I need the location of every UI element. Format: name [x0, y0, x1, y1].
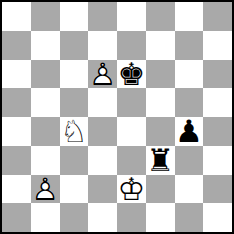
white-pawn-icon: ♙	[31, 173, 59, 204]
square-h8[interactable]	[203, 2, 232, 31]
square-h4[interactable]	[203, 117, 232, 146]
square-f7[interactable]	[146, 31, 175, 60]
square-d6[interactable]: ♟♙	[88, 60, 117, 89]
square-d2[interactable]	[88, 175, 117, 204]
square-g4[interactable]: ♟	[175, 117, 204, 146]
square-h2[interactable]	[203, 175, 232, 204]
square-g8[interactable]	[175, 2, 204, 31]
square-a2[interactable]	[2, 175, 31, 204]
square-a5[interactable]	[2, 88, 31, 117]
white-pawn-icon: ♙	[89, 58, 117, 89]
square-g1[interactable]	[175, 203, 204, 232]
square-e2[interactable]: ♚♔	[117, 175, 146, 204]
white-king-icon: ♔	[117, 173, 145, 204]
square-b4[interactable]	[31, 117, 60, 146]
square-b8[interactable]	[31, 2, 60, 31]
square-e5[interactable]	[117, 88, 146, 117]
square-a3[interactable]	[2, 146, 31, 175]
black-king: ♚	[117, 60, 146, 89]
square-a7[interactable]	[2, 31, 31, 60]
square-d8[interactable]	[88, 2, 117, 31]
square-a8[interactable]	[2, 2, 31, 31]
square-b5[interactable]	[31, 88, 60, 117]
black-pawn: ♟	[175, 117, 204, 146]
square-g3[interactable]	[175, 146, 204, 175]
square-c4[interactable]: ♞♘	[60, 117, 89, 146]
white-king: ♚♔	[117, 175, 146, 204]
square-h3[interactable]	[203, 146, 232, 175]
square-c3[interactable]	[60, 146, 89, 175]
square-f6[interactable]	[146, 60, 175, 89]
square-c1[interactable]	[60, 203, 89, 232]
black-rook: ♜	[146, 146, 175, 175]
square-f1[interactable]	[146, 203, 175, 232]
square-d3[interactable]	[88, 146, 117, 175]
black-pawn-icon: ♟	[175, 116, 203, 147]
square-d1[interactable]	[88, 203, 117, 232]
square-h6[interactable]	[203, 60, 232, 89]
square-d5[interactable]	[88, 88, 117, 117]
square-e8[interactable]	[117, 2, 146, 31]
white-pawn: ♟♙	[31, 175, 60, 204]
square-f8[interactable]	[146, 2, 175, 31]
square-g2[interactable]	[175, 175, 204, 204]
square-e6[interactable]: ♚	[117, 60, 146, 89]
white-pawn: ♟♙	[88, 60, 117, 89]
square-c6[interactable]	[60, 60, 89, 89]
square-f5[interactable]	[146, 88, 175, 117]
square-e1[interactable]	[117, 203, 146, 232]
square-h1[interactable]	[203, 203, 232, 232]
square-d4[interactable]	[88, 117, 117, 146]
square-a6[interactable]	[2, 60, 31, 89]
white-knight: ♞♘	[60, 117, 89, 146]
square-b2[interactable]: ♟♙	[31, 175, 60, 204]
square-h5[interactable]	[203, 88, 232, 117]
square-c8[interactable]	[60, 2, 89, 31]
square-c7[interactable]	[60, 31, 89, 60]
square-b7[interactable]	[31, 31, 60, 60]
square-b6[interactable]	[31, 60, 60, 89]
square-c2[interactable]	[60, 175, 89, 204]
chess-board: ♟♙♚♞♘♟♜♟♙♚♔	[0, 0, 234, 234]
square-g7[interactable]	[175, 31, 204, 60]
square-a1[interactable]	[2, 203, 31, 232]
square-g6[interactable]	[175, 60, 204, 89]
square-e4[interactable]	[117, 117, 146, 146]
black-king-icon: ♚	[117, 58, 145, 89]
square-f3[interactable]: ♜	[146, 146, 175, 175]
square-b1[interactable]	[31, 203, 60, 232]
square-a4[interactable]	[2, 117, 31, 146]
white-knight-icon: ♘	[60, 116, 88, 147]
square-h7[interactable]	[203, 31, 232, 60]
black-rook-icon: ♜	[146, 145, 174, 176]
square-f2[interactable]	[146, 175, 175, 204]
